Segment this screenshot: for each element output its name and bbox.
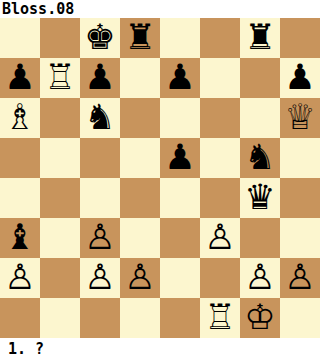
white-king: ♔: [244, 298, 275, 337]
black-queen: ♛: [244, 178, 275, 217]
square-c5[interactable]: [80, 138, 120, 178]
square-g4[interactable]: ♛: [240, 178, 280, 218]
square-e1[interactable]: [160, 298, 200, 338]
white-rook: ♖: [204, 298, 235, 337]
square-b8[interactable]: [40, 18, 80, 58]
square-c3[interactable]: ♙: [80, 218, 120, 258]
square-f2[interactable]: [200, 258, 240, 298]
square-b1[interactable]: [40, 298, 80, 338]
move-prompt: 1. ?: [8, 338, 44, 360]
square-a4[interactable]: [0, 178, 40, 218]
square-h2[interactable]: ♙: [280, 258, 320, 298]
black-pawn: ♟: [4, 58, 35, 97]
square-f8[interactable]: [200, 18, 240, 58]
square-h5[interactable]: [280, 138, 320, 178]
white-pawn: ♙: [124, 258, 155, 297]
square-b3[interactable]: [40, 218, 80, 258]
square-a5[interactable]: [0, 138, 40, 178]
square-g1[interactable]: ♔: [240, 298, 280, 338]
square-c8[interactable]: ♚: [80, 18, 120, 58]
square-a6[interactable]: ♗: [0, 98, 40, 138]
square-d4[interactable]: [120, 178, 160, 218]
black-pawn: ♟: [84, 58, 115, 97]
white-pawn: ♙: [204, 218, 235, 257]
square-g2[interactable]: ♙: [240, 258, 280, 298]
square-h7[interactable]: ♟: [280, 58, 320, 98]
black-king: ♚: [84, 18, 115, 57]
square-c6[interactable]: ♞: [80, 98, 120, 138]
title-bar: Bloss.08: [0, 0, 320, 18]
square-f1[interactable]: ♖: [200, 298, 240, 338]
square-b2[interactable]: [40, 258, 80, 298]
square-g3[interactable]: [240, 218, 280, 258]
white-rook: ♖: [44, 58, 75, 97]
square-d3[interactable]: [120, 218, 160, 258]
white-pawn: ♙: [4, 258, 35, 297]
square-e5[interactable]: ♟: [160, 138, 200, 178]
white-bishop: ♗: [4, 98, 35, 137]
square-f4[interactable]: [200, 178, 240, 218]
black-pawn: ♟: [284, 58, 315, 97]
square-e3[interactable]: [160, 218, 200, 258]
puzzle-title: Bloss.08: [2, 0, 74, 18]
black-pawn: ♟: [164, 58, 195, 97]
black-bishop: ♝: [4, 218, 35, 257]
white-pawn: ♙: [284, 258, 315, 297]
square-a3[interactable]: ♝: [0, 218, 40, 258]
black-rook: ♜: [244, 18, 275, 57]
square-a1[interactable]: [0, 298, 40, 338]
square-c7[interactable]: ♟: [80, 58, 120, 98]
square-a7[interactable]: ♟: [0, 58, 40, 98]
square-d2[interactable]: ♙: [120, 258, 160, 298]
square-f6[interactable]: [200, 98, 240, 138]
square-c4[interactable]: [80, 178, 120, 218]
black-rook: ♜: [124, 18, 155, 57]
square-b6[interactable]: [40, 98, 80, 138]
square-e4[interactable]: [160, 178, 200, 218]
white-pawn: ♙: [84, 258, 115, 297]
white-pawn: ♙: [84, 218, 115, 257]
square-c2[interactable]: ♙: [80, 258, 120, 298]
square-h3[interactable]: [280, 218, 320, 258]
square-b4[interactable]: [40, 178, 80, 218]
square-d1[interactable]: [120, 298, 160, 338]
white-queen: ♕: [284, 98, 315, 137]
square-b7[interactable]: ♖: [40, 58, 80, 98]
square-g5[interactable]: ♞: [240, 138, 280, 178]
square-a2[interactable]: ♙: [0, 258, 40, 298]
square-e7[interactable]: ♟: [160, 58, 200, 98]
square-e6[interactable]: [160, 98, 200, 138]
chess-board: ♚♜♜♟♖♟♟♟♗♞♕♟♞♛♝♙♙♙♙♙♙♙♖♔: [0, 18, 320, 338]
square-c1[interactable]: [80, 298, 120, 338]
square-b5[interactable]: [40, 138, 80, 178]
square-e8[interactable]: [160, 18, 200, 58]
square-d7[interactable]: [120, 58, 160, 98]
black-pawn: ♟: [164, 138, 195, 177]
square-f7[interactable]: [200, 58, 240, 98]
caption-bar: 1. ?: [0, 338, 320, 360]
square-h8[interactable]: [280, 18, 320, 58]
square-g6[interactable]: [240, 98, 280, 138]
square-g8[interactable]: ♜: [240, 18, 280, 58]
square-d8[interactable]: ♜: [120, 18, 160, 58]
white-pawn: ♙: [244, 258, 275, 297]
square-e2[interactable]: [160, 258, 200, 298]
square-f3[interactable]: ♙: [200, 218, 240, 258]
square-h1[interactable]: [280, 298, 320, 338]
square-h4[interactable]: [280, 178, 320, 218]
square-h6[interactable]: ♕: [280, 98, 320, 138]
square-d5[interactable]: [120, 138, 160, 178]
square-g7[interactable]: [240, 58, 280, 98]
square-f5[interactable]: [200, 138, 240, 178]
square-d6[interactable]: [120, 98, 160, 138]
black-knight: ♞: [84, 98, 115, 137]
black-knight: ♞: [244, 138, 275, 177]
square-a8[interactable]: [0, 18, 40, 58]
